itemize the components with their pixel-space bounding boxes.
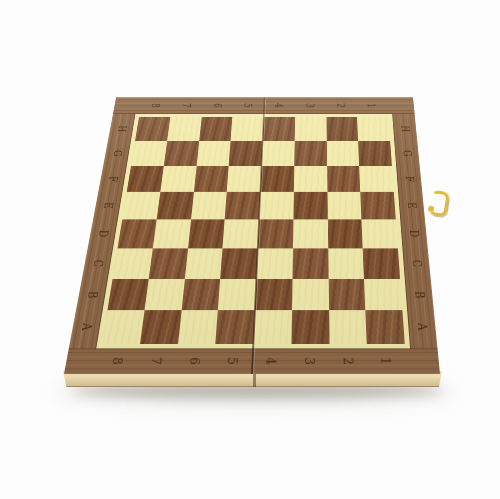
square-d5[interactable] bbox=[223, 219, 259, 248]
rank-label-bottom-7: 7 bbox=[140, 344, 172, 379]
square-e5[interactable] bbox=[225, 192, 260, 219]
rank-label-top-6: 6 bbox=[206, 94, 230, 117]
square-b5[interactable] bbox=[218, 279, 256, 311]
square-d6[interactable] bbox=[188, 219, 225, 248]
board-perspective-scene: 87654321 87654321 HGFEDCBA HGFEDCBA bbox=[64, 0, 457, 374]
square-h4[interactable] bbox=[263, 117, 295, 141]
square-a5[interactable] bbox=[215, 310, 254, 344]
square-d1[interactable] bbox=[362, 219, 398, 248]
square-a8[interactable] bbox=[102, 310, 144, 344]
square-h1[interactable] bbox=[357, 117, 390, 141]
square-b3[interactable] bbox=[292, 279, 329, 311]
square-b7[interactable] bbox=[144, 279, 184, 311]
rank-label-bottom-2: 2 bbox=[334, 344, 363, 379]
rank-label-top-1: 1 bbox=[360, 94, 384, 117]
file-label-right-F: F bbox=[392, 169, 427, 188]
square-f6[interactable] bbox=[193, 166, 228, 192]
square-d3[interactable] bbox=[293, 219, 328, 248]
rank-label-top-3: 3 bbox=[299, 94, 322, 117]
square-a7[interactable] bbox=[140, 310, 181, 344]
square-b2[interactable] bbox=[328, 279, 365, 311]
rank-label-top-2: 2 bbox=[330, 94, 353, 117]
rank-label-top-4: 4 bbox=[268, 94, 291, 117]
square-e1[interactable] bbox=[360, 192, 395, 219]
file-label-right-E: E bbox=[394, 196, 430, 216]
file-label-left-A: A bbox=[65, 315, 107, 339]
square-h2[interactable] bbox=[326, 117, 358, 141]
square-f1[interactable] bbox=[359, 166, 394, 192]
square-b1[interactable] bbox=[364, 279, 402, 311]
square-b4[interactable] bbox=[255, 279, 292, 311]
square-g1[interactable] bbox=[358, 141, 392, 166]
square-f7[interactable] bbox=[160, 166, 196, 192]
file-label-right-C: C bbox=[398, 252, 435, 274]
square-e2[interactable] bbox=[327, 192, 362, 219]
file-label-right-A: A bbox=[402, 315, 441, 339]
square-a2[interactable] bbox=[329, 310, 367, 344]
square-b8[interactable] bbox=[107, 279, 148, 311]
square-c2[interactable] bbox=[328, 248, 364, 278]
file-label-left-F: F bbox=[94, 169, 130, 188]
file-label-right-H: H bbox=[388, 120, 421, 137]
rank-label-bottom-3: 3 bbox=[296, 344, 324, 379]
square-g7[interactable] bbox=[164, 141, 199, 166]
file-label-right-D: D bbox=[396, 223, 432, 244]
square-e8[interactable] bbox=[122, 192, 160, 219]
file-label-left-D: D bbox=[84, 223, 122, 244]
square-b6[interactable] bbox=[181, 279, 220, 311]
square-c5[interactable] bbox=[220, 248, 257, 278]
rank-label-bottom-6: 6 bbox=[179, 344, 210, 379]
file-label-left-H: H bbox=[104, 120, 139, 137]
file-label-right-G: G bbox=[390, 144, 424, 162]
square-f2[interactable] bbox=[327, 166, 361, 192]
square-g4[interactable] bbox=[261, 141, 294, 166]
square-g6[interactable] bbox=[196, 141, 230, 166]
square-e3[interactable] bbox=[293, 192, 327, 219]
square-g5[interactable] bbox=[229, 141, 263, 166]
square-g8[interactable] bbox=[131, 141, 167, 166]
square-c3[interactable] bbox=[292, 248, 328, 278]
file-label-left-B: B bbox=[72, 283, 112, 306]
square-f5[interactable] bbox=[227, 166, 262, 192]
square-e7[interactable] bbox=[156, 192, 193, 219]
square-a1[interactable] bbox=[366, 310, 405, 344]
file-label-left-E: E bbox=[89, 196, 126, 216]
square-d4[interactable] bbox=[258, 219, 294, 248]
square-h7[interactable] bbox=[167, 117, 201, 141]
square-e4[interactable] bbox=[259, 192, 294, 219]
square-c6[interactable] bbox=[184, 248, 222, 278]
file-label-left-C: C bbox=[78, 252, 117, 274]
square-f3[interactable] bbox=[294, 166, 327, 192]
square-a6[interactable] bbox=[178, 310, 218, 344]
square-f4[interactable] bbox=[260, 166, 294, 192]
square-h6[interactable] bbox=[199, 117, 233, 141]
rank-label-top-7: 7 bbox=[174, 94, 199, 117]
rank-label-top-5: 5 bbox=[237, 94, 261, 117]
square-c7[interactable] bbox=[149, 248, 188, 278]
file-label-left-G: G bbox=[99, 144, 134, 162]
rank-label-bottom-5: 5 bbox=[218, 344, 248, 379]
square-h8[interactable] bbox=[135, 117, 170, 141]
rank-label-bottom-1: 1 bbox=[372, 344, 402, 379]
square-c4[interactable] bbox=[256, 248, 292, 278]
square-c1[interactable] bbox=[363, 248, 400, 278]
square-h3[interactable] bbox=[294, 117, 326, 141]
photo-background: 87654321 87654321 HGFEDCBA HGFEDCBA bbox=[0, 0, 500, 499]
square-g3[interactable] bbox=[294, 141, 327, 166]
file-label-right-B: B bbox=[400, 283, 438, 306]
square-d2[interactable] bbox=[327, 219, 362, 248]
square-d8[interactable] bbox=[118, 219, 157, 248]
square-a3[interactable] bbox=[291, 310, 329, 344]
chess-board: 87654321 87654321 HGFEDCBA HGFEDCBA bbox=[64, 97, 440, 374]
square-c8[interactable] bbox=[113, 248, 153, 278]
rank-label-top-8: 8 bbox=[143, 94, 169, 117]
square-e6[interactable] bbox=[191, 192, 227, 219]
square-f8[interactable] bbox=[127, 166, 164, 192]
square-d7[interactable] bbox=[153, 219, 191, 248]
square-g2[interactable] bbox=[326, 141, 359, 166]
rank-label-bottom-4: 4 bbox=[257, 344, 286, 379]
square-h5[interactable] bbox=[231, 117, 264, 141]
square-a4[interactable] bbox=[253, 310, 291, 344]
rank-label-bottom-8: 8 bbox=[102, 344, 135, 379]
